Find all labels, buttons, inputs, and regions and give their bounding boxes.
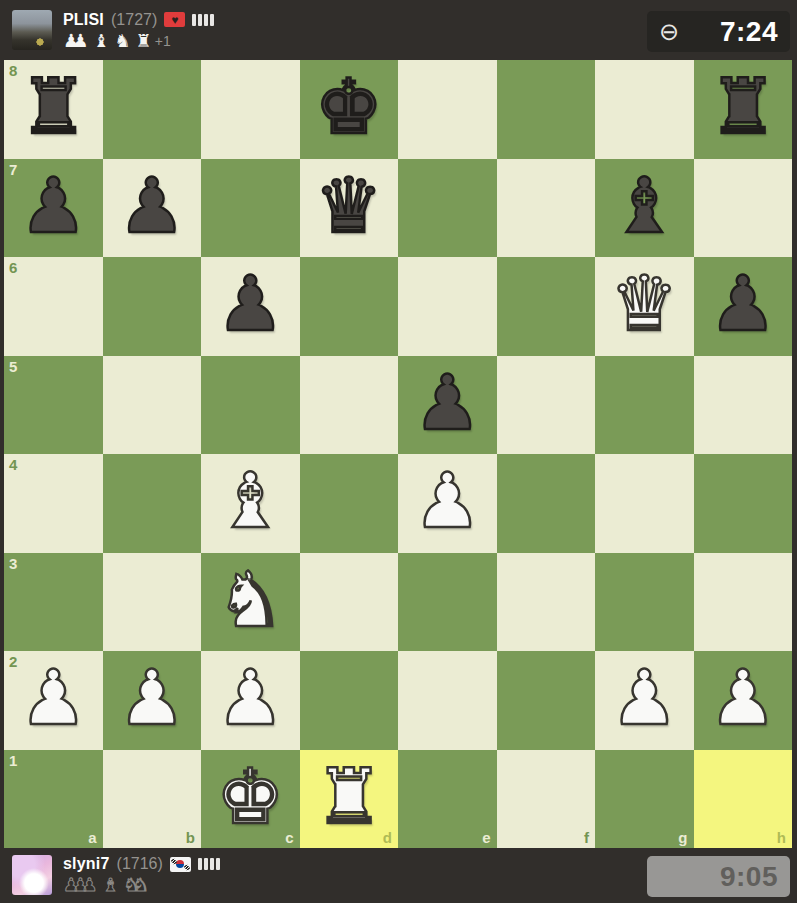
top-player-clock: ⊖ 7:24 <box>647 11 790 52</box>
bottom-captured-pieces: ♟♟♟♝♞♞ <box>63 876 154 894</box>
rank-label-1: 1 <box>9 753 17 768</box>
captured-bishop-x1: ♝ <box>102 876 111 894</box>
white-pawn-b2[interactable]: ♟ <box>118 660 186 736</box>
square-f1[interactable]: f <box>497 750 596 849</box>
square-f5[interactable] <box>497 356 596 455</box>
square-d5[interactable] <box>300 356 399 455</box>
signal-bar <box>198 14 202 26</box>
square-d1[interactable]: d♜ <box>300 750 399 849</box>
square-g5[interactable] <box>595 356 694 455</box>
captured-knight-x2: ♞♞ <box>124 876 142 894</box>
square-g2[interactable]: ♟ <box>595 651 694 750</box>
square-e7[interactable] <box>398 159 497 258</box>
top-connection-bars-icon <box>192 13 214 27</box>
square-g3[interactable] <box>595 553 694 652</box>
square-f7[interactable] <box>497 159 596 258</box>
top-player-info: PLISI (1727) ♥ ♟♟♝♞♜ +1 <box>63 10 214 51</box>
rank-label-7: 7 <box>9 162 17 177</box>
square-a3[interactable]: 3 <box>4 553 103 652</box>
square-b3[interactable] <box>103 553 202 652</box>
bottom-connection-bars-icon <box>198 857 220 871</box>
square-c5[interactable] <box>201 356 300 455</box>
bottom-player-name[interactable]: slyni7 <box>63 855 110 873</box>
captured-rook-x1: ♜ <box>136 32 145 50</box>
black-pawn-a7[interactable]: ♟ <box>19 168 87 244</box>
chess-app: PLISI (1727) ♥ ♟♟♝♞♜ +1 ⊖ 7:24 8♜♚♜7♟♟♛♝… <box>0 0 797 903</box>
file-label-c: c <box>285 830 293 845</box>
square-h5[interactable] <box>694 356 793 455</box>
black-king-d8[interactable]: ♚ <box>315 69 383 145</box>
square-h7[interactable] <box>694 159 793 258</box>
square-h1[interactable]: h <box>694 750 793 849</box>
square-f2[interactable] <box>497 651 596 750</box>
square-e8[interactable] <box>398 60 497 159</box>
square-b7[interactable]: ♟ <box>103 159 202 258</box>
square-d4[interactable] <box>300 454 399 553</box>
square-e4[interactable]: ♟ <box>398 454 497 553</box>
rank-label-5: 5 <box>9 359 17 374</box>
white-pawn-e4[interactable]: ♟ <box>413 463 481 539</box>
square-g6[interactable]: ♛ <box>595 257 694 356</box>
square-g4[interactable] <box>595 454 694 553</box>
black-queen-d7[interactable]: ♛ <box>315 168 383 244</box>
square-f3[interactable] <box>497 553 596 652</box>
top-player-rating: (1727) <box>111 11 157 29</box>
square-f6[interactable] <box>497 257 596 356</box>
square-c1[interactable]: c♚ <box>201 750 300 849</box>
square-c2[interactable]: ♟ <box>201 651 300 750</box>
file-label-f: f <box>584 830 589 845</box>
square-b6[interactable] <box>103 257 202 356</box>
black-pawn-h6[interactable]: ♟ <box>709 266 777 342</box>
signal-bar <box>192 14 196 26</box>
white-bishop-c4[interactable]: ♝ <box>216 463 284 539</box>
black-rook-h8[interactable]: ♜ <box>709 69 777 145</box>
square-h4[interactable] <box>694 454 793 553</box>
square-d2[interactable] <box>300 651 399 750</box>
square-c6[interactable]: ♟ <box>201 257 300 356</box>
south-korea-flag-icon <box>170 857 191 872</box>
signal-bar <box>210 858 214 870</box>
bottom-player-clock: 9:05 <box>647 856 790 897</box>
top-captured-pieces: ♟♟♝♞♜ <box>63 32 157 50</box>
square-h3[interactable] <box>694 553 793 652</box>
square-c7[interactable] <box>201 159 300 258</box>
white-pawn-c2[interactable]: ♟ <box>216 660 284 736</box>
square-d8[interactable]: ♚ <box>300 60 399 159</box>
black-pawn-c6[interactable]: ♟ <box>216 266 284 342</box>
material-advantage: +1 <box>155 33 171 49</box>
rank-label-2: 2 <box>9 654 17 669</box>
captured-pawn-x3: ♟♟♟ <box>63 876 90 894</box>
square-g8[interactable] <box>595 60 694 159</box>
bottom-player-rating: (1716) <box>117 855 163 873</box>
black-bishop-g7[interactable]: ♝ <box>610 168 678 244</box>
signal-bar <box>204 14 208 26</box>
square-a1[interactable]: 1a <box>4 750 103 849</box>
file-label-b: b <box>186 830 195 845</box>
chess-board[interactable]: 8♜♚♜7♟♟♛♝6♟♛♟5♟4♝♟3♞2♟♟♟♟♟1abc♚d♜efgh <box>4 60 792 848</box>
square-h8[interactable]: ♜ <box>694 60 793 159</box>
square-d3[interactable] <box>300 553 399 652</box>
square-b2[interactable]: ♟ <box>103 651 202 750</box>
black-pawn-b7[interactable]: ♟ <box>118 168 186 244</box>
file-label-h: h <box>777 830 786 845</box>
square-h6[interactable]: ♟ <box>694 257 793 356</box>
square-h2[interactable]: ♟ <box>694 651 793 750</box>
square-b1[interactable]: b <box>103 750 202 849</box>
captured-pawn-x2: ♟♟ <box>63 32 81 50</box>
white-pawn-h2[interactable]: ♟ <box>709 660 777 736</box>
square-e3[interactable] <box>398 553 497 652</box>
square-c8[interactable] <box>201 60 300 159</box>
signal-bar <box>204 858 208 870</box>
white-rook-d1[interactable]: ♜ <box>315 759 383 835</box>
top-player-name[interactable]: PLISI <box>63 11 104 29</box>
square-a5[interactable]: 5 <box>4 356 103 455</box>
clock-paused-icon: ⊖ <box>659 20 679 44</box>
white-pawn-a2[interactable]: ♟ <box>19 660 87 736</box>
square-f8[interactable] <box>497 60 596 159</box>
square-c3[interactable]: ♞ <box>201 553 300 652</box>
rank-label-3: 3 <box>9 556 17 571</box>
square-a4[interactable]: 4 <box>4 454 103 553</box>
file-label-g: g <box>678 830 687 845</box>
square-a7[interactable]: 7♟ <box>4 159 103 258</box>
square-a6[interactable]: 6 <box>4 257 103 356</box>
rank-label-4: 4 <box>9 457 17 472</box>
square-d6[interactable] <box>300 257 399 356</box>
top-player-avatar[interactable] <box>12 10 52 50</box>
white-queen-g6[interactable]: ♛ <box>610 266 678 342</box>
bottom-player-bar: slyni7 (1716) ♟♟♟♝♞♞ 9:05 <box>0 846 797 903</box>
rank-label-6: 6 <box>9 260 17 275</box>
bottom-clock-time: 9:05 <box>720 861 778 893</box>
square-e2[interactable] <box>398 651 497 750</box>
file-label-e: e <box>482 830 490 845</box>
white-knight-c3[interactable]: ♞ <box>216 562 284 638</box>
square-g7[interactable]: ♝ <box>595 159 694 258</box>
top-player-bar: PLISI (1727) ♥ ♟♟♝♞♜ +1 ⊖ 7:24 <box>0 0 797 60</box>
square-e1[interactable]: e <box>398 750 497 849</box>
black-rook-a8[interactable]: ♜ <box>19 69 87 145</box>
square-e5[interactable]: ♟ <box>398 356 497 455</box>
square-b5[interactable] <box>103 356 202 455</box>
square-f4[interactable] <box>497 454 596 553</box>
signal-bar <box>216 858 220 870</box>
white-pawn-g2[interactable]: ♟ <box>610 660 678 736</box>
square-e6[interactable] <box>398 257 497 356</box>
black-pawn-e5[interactable]: ♟ <box>413 365 481 441</box>
square-d7[interactable]: ♛ <box>300 159 399 258</box>
square-a8[interactable]: 8♜ <box>4 60 103 159</box>
albania-flag-icon: ♥ <box>164 12 185 27</box>
square-g1[interactable]: g <box>595 750 694 849</box>
square-b8[interactable] <box>103 60 202 159</box>
captured-bishop-x1: ♝ <box>93 32 102 50</box>
bottom-player-avatar[interactable] <box>12 855 52 895</box>
top-clock-time: 7:24 <box>720 16 778 48</box>
square-c4[interactable]: ♝ <box>201 454 300 553</box>
square-b4[interactable] <box>103 454 202 553</box>
file-label-d: d <box>383 830 392 845</box>
captured-knight-x1: ♞ <box>114 32 123 50</box>
square-a2[interactable]: 2♟ <box>4 651 103 750</box>
signal-bar <box>198 858 202 870</box>
bottom-player-info: slyni7 (1716) ♟♟♟♝♞♞ <box>63 854 220 895</box>
file-label-a: a <box>88 830 96 845</box>
rank-label-8: 8 <box>9 63 17 78</box>
signal-bar <box>210 14 214 26</box>
white-king-c1[interactable]: ♚ <box>216 759 284 835</box>
